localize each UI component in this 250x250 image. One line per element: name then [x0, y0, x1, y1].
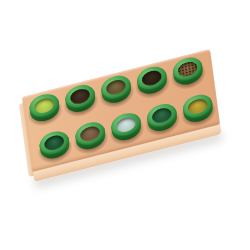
- cup-content-pale-blue-gray: [115, 115, 136, 134]
- product-photo-scene: [0, 0, 250, 250]
- cup-content-yellow-olive: [187, 97, 208, 116]
- wooden-tray-board: [22, 49, 221, 182]
- cup-content-dark-brown: [69, 87, 90, 106]
- cup-content-olive-brown: [105, 78, 126, 97]
- cup-content-mesh-sieve-lid: [177, 60, 198, 79]
- cup-content-empty-deep-green-cup: [44, 134, 65, 153]
- cup-content-very-dark-brown: [141, 69, 162, 88]
- cup-content-brown: [79, 124, 100, 143]
- cup-content-dark-teal-green: [151, 106, 172, 125]
- cup-content-lime-green-disc: [34, 96, 55, 115]
